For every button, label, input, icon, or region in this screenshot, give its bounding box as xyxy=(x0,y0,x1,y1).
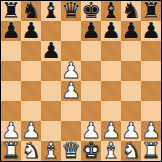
piece-black-pawn[interactable]: ♟ xyxy=(41,41,61,61)
piece-black-king[interactable]: ♚ xyxy=(81,1,101,21)
square-f8[interactable]: ♝ xyxy=(101,1,121,21)
square-a8[interactable]: ♜ xyxy=(1,1,21,21)
square-e6[interactable] xyxy=(81,41,101,61)
square-d1[interactable]: ♛ xyxy=(61,141,81,161)
piece-black-pawn[interactable]: ♟ xyxy=(121,21,141,41)
piece-white-pawn[interactable]: ♟ xyxy=(121,121,141,141)
square-e7[interactable]: ♟ xyxy=(81,21,101,41)
square-b4[interactable] xyxy=(21,81,41,101)
square-c2[interactable] xyxy=(41,121,61,141)
square-f3[interactable] xyxy=(101,101,121,121)
square-f5[interactable] xyxy=(101,61,121,81)
square-a2[interactable]: ♟ xyxy=(1,121,21,141)
piece-black-pawn[interactable]: ♟ xyxy=(81,21,101,41)
piece-white-knight[interactable]: ♞ xyxy=(121,141,141,161)
square-b1[interactable]: ♞ xyxy=(21,141,41,161)
square-f6[interactable] xyxy=(101,41,121,61)
square-d8[interactable]: ♛ xyxy=(61,1,81,21)
square-b7[interactable]: ♟ xyxy=(21,21,41,41)
square-g2[interactable]: ♟ xyxy=(121,121,141,141)
piece-black-bishop[interactable]: ♝ xyxy=(41,1,61,21)
square-c4[interactable] xyxy=(41,81,61,101)
square-c3[interactable] xyxy=(41,101,61,121)
square-a1[interactable]: ♜ xyxy=(1,141,21,161)
square-b6[interactable] xyxy=(21,41,41,61)
square-f4[interactable] xyxy=(101,81,121,101)
square-h3[interactable] xyxy=(141,101,161,121)
square-d5[interactable]: ♟ xyxy=(61,61,81,81)
square-d7[interactable] xyxy=(61,21,81,41)
piece-white-pawn[interactable]: ♟ xyxy=(141,121,161,141)
piece-black-queen[interactable]: ♛ xyxy=(61,1,81,21)
square-a6[interactable] xyxy=(1,41,21,61)
piece-white-knight[interactable]: ♞ xyxy=(21,141,41,161)
square-b3[interactable] xyxy=(21,101,41,121)
square-g7[interactable]: ♟ xyxy=(121,21,141,41)
square-e5[interactable] xyxy=(81,61,101,81)
square-h7[interactable]: ♟ xyxy=(141,21,161,41)
piece-white-pawn[interactable]: ♟ xyxy=(1,121,21,141)
square-g6[interactable] xyxy=(121,41,141,61)
piece-black-rook[interactable]: ♜ xyxy=(1,1,21,21)
piece-white-pawn[interactable]: ♟ xyxy=(61,81,81,101)
square-e2[interactable]: ♟ xyxy=(81,121,101,141)
square-c5[interactable] xyxy=(41,61,61,81)
square-e4[interactable] xyxy=(81,81,101,101)
square-c1[interactable]: ♝ xyxy=(41,141,61,161)
square-a4[interactable] xyxy=(1,81,21,101)
piece-white-pawn[interactable]: ♟ xyxy=(61,61,81,81)
square-e3[interactable] xyxy=(81,101,101,121)
piece-black-knight[interactable]: ♞ xyxy=(121,1,141,21)
square-b8[interactable]: ♞ xyxy=(21,1,41,21)
square-c7[interactable] xyxy=(41,21,61,41)
square-b2[interactable]: ♟ xyxy=(21,121,41,141)
piece-black-pawn[interactable]: ♟ xyxy=(141,21,161,41)
square-c6[interactable]: ♟ xyxy=(41,41,61,61)
square-f2[interactable]: ♟ xyxy=(101,121,121,141)
square-g3[interactable] xyxy=(121,101,141,121)
square-a5[interactable] xyxy=(1,61,21,81)
piece-white-bishop[interactable]: ♝ xyxy=(41,141,61,161)
square-g1[interactable]: ♞ xyxy=(121,141,141,161)
square-b5[interactable] xyxy=(21,61,41,81)
square-f1[interactable]: ♝ xyxy=(101,141,121,161)
piece-white-king[interactable]: ♚ xyxy=(81,141,101,161)
square-d3[interactable] xyxy=(61,101,81,121)
piece-black-pawn[interactable]: ♟ xyxy=(101,21,121,41)
square-h4[interactable] xyxy=(141,81,161,101)
square-e8[interactable]: ♚ xyxy=(81,1,101,21)
square-d6[interactable] xyxy=(61,41,81,61)
square-h2[interactable]: ♟ xyxy=(141,121,161,141)
piece-black-rook[interactable]: ♜ xyxy=(141,1,161,21)
square-g8[interactable]: ♞ xyxy=(121,1,141,21)
square-e1[interactable]: ♚ xyxy=(81,141,101,161)
square-h6[interactable] xyxy=(141,41,161,61)
square-a3[interactable] xyxy=(1,101,21,121)
piece-white-bishop[interactable]: ♝ xyxy=(101,141,121,161)
square-f7[interactable]: ♟ xyxy=(101,21,121,41)
piece-black-bishop[interactable]: ♝ xyxy=(101,1,121,21)
square-g5[interactable] xyxy=(121,61,141,81)
piece-white-pawn[interactable]: ♟ xyxy=(101,121,121,141)
square-c8[interactable]: ♝ xyxy=(41,1,61,21)
piece-black-knight[interactable]: ♞ xyxy=(21,1,41,21)
square-h8[interactable]: ♜ xyxy=(141,1,161,21)
square-h5[interactable] xyxy=(141,61,161,81)
piece-white-pawn[interactable]: ♟ xyxy=(81,121,101,141)
piece-white-queen[interactable]: ♛ xyxy=(61,141,81,161)
piece-white-pawn[interactable]: ♟ xyxy=(21,121,41,141)
chess-board: ♜♞♝♛♚♝♞♜♟♟♟♟♟♟♟♟♟♟♟♟♟♟♟♜♞♝♛♚♝♞♜ xyxy=(0,0,162,162)
piece-black-pawn[interactable]: ♟ xyxy=(1,21,21,41)
square-d4[interactable]: ♟ xyxy=(61,81,81,101)
square-a7[interactable]: ♟ xyxy=(1,21,21,41)
square-d2[interactable] xyxy=(61,121,81,141)
piece-white-rook[interactable]: ♜ xyxy=(141,141,161,161)
square-g4[interactable] xyxy=(121,81,141,101)
piece-black-pawn[interactable]: ♟ xyxy=(21,21,41,41)
piece-white-rook[interactable]: ♜ xyxy=(1,141,21,161)
square-h1[interactable]: ♜ xyxy=(141,141,161,161)
